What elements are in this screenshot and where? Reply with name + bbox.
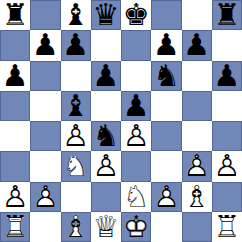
white-piece-outline: ♙ (30, 182, 60, 212)
square-f1[interactable] (151, 212, 181, 242)
chess-board: ♜♝♛♚♜♟♟♟♟♟♟♞♟♝♟♟♙♞♟♙♞♘♟♙♟♙♟♙♟♙♟♙♞♘♟♙♝♗♜♖… (0, 0, 242, 242)
piece-black-pawn[interactable]: ♟ (91, 61, 121, 91)
square-f5[interactable] (151, 91, 181, 121)
black-piece-glyph: ♞ (91, 121, 121, 151)
square-a7[interactable] (0, 30, 30, 60)
square-c7[interactable]: ♟ (61, 30, 91, 60)
white-piece-outline: ♗ (61, 212, 91, 242)
piece-white-bishop[interactable]: ♝♗ (61, 212, 91, 242)
square-g7[interactable]: ♟ (182, 30, 212, 60)
square-e6[interactable] (121, 61, 151, 91)
piece-white-rook[interactable]: ♜♖ (0, 212, 30, 242)
piece-white-pawn[interactable]: ♟♙ (0, 182, 30, 212)
square-c4[interactable]: ♟♙ (61, 121, 91, 151)
square-h3[interactable]: ♟♙ (212, 151, 242, 181)
black-piece-glyph: ♟ (151, 30, 181, 60)
square-a8[interactable]: ♜ (0, 0, 30, 30)
square-b8[interactable] (30, 0, 60, 30)
square-d8[interactable]: ♛ (91, 0, 121, 30)
white-piece-outline: ♙ (212, 151, 242, 181)
black-piece-glyph: ♛ (91, 0, 121, 30)
black-piece-glyph: ♟ (121, 91, 151, 121)
black-piece-glyph: ♜ (0, 0, 30, 30)
square-f7[interactable]: ♟ (151, 30, 181, 60)
square-g8[interactable] (182, 0, 212, 30)
black-piece-glyph: ♚ (121, 0, 151, 30)
white-piece-outline: ♙ (91, 151, 121, 181)
piece-white-pawn[interactable]: ♟♙ (182, 151, 212, 181)
square-a2[interactable]: ♟♙ (0, 182, 30, 212)
piece-black-rook[interactable]: ♜ (212, 0, 242, 30)
square-f3[interactable] (151, 151, 181, 181)
piece-black-knight[interactable]: ♞ (151, 61, 181, 91)
square-b2[interactable]: ♟♙ (30, 182, 60, 212)
square-g3[interactable]: ♟♙ (182, 151, 212, 181)
piece-white-pawn[interactable]: ♟♙ (151, 182, 181, 212)
square-f4[interactable] (151, 121, 181, 151)
white-piece-outline: ♗ (182, 182, 212, 212)
square-a4[interactable] (0, 121, 30, 151)
square-c2[interactable] (61, 182, 91, 212)
piece-black-rook[interactable]: ♜ (0, 0, 30, 30)
square-e1[interactable]: ♚♔ (121, 212, 151, 242)
square-g6[interactable] (182, 61, 212, 91)
piece-white-pawn[interactable]: ♟♙ (61, 121, 91, 151)
white-piece-outline: ♔ (121, 212, 151, 242)
piece-black-pawn[interactable]: ♟ (0, 61, 30, 91)
square-d4[interactable]: ♞ (91, 121, 121, 151)
square-c8[interactable]: ♝ (61, 0, 91, 30)
square-a6[interactable]: ♟ (0, 61, 30, 91)
square-c1[interactable]: ♝♗ (61, 212, 91, 242)
square-g5[interactable] (182, 91, 212, 121)
square-d7[interactable] (91, 30, 121, 60)
white-piece-outline: ♙ (61, 121, 91, 151)
piece-white-king[interactable]: ♚♔ (121, 212, 151, 242)
square-b4[interactable] (30, 121, 60, 151)
square-e3[interactable] (121, 151, 151, 181)
square-h6[interactable]: ♟ (212, 61, 242, 91)
square-d5[interactable] (91, 91, 121, 121)
square-f8[interactable] (151, 0, 181, 30)
square-h1[interactable]: ♜♖ (212, 212, 242, 242)
piece-white-pawn[interactable]: ♟♙ (212, 151, 242, 181)
square-b1[interactable] (30, 212, 60, 242)
square-b3[interactable] (30, 151, 60, 181)
square-g2[interactable]: ♝♗ (182, 182, 212, 212)
square-b6[interactable] (30, 61, 60, 91)
square-f6[interactable]: ♞ (151, 61, 181, 91)
square-f2[interactable]: ♟♙ (151, 182, 181, 212)
black-piece-glyph: ♟ (212, 61, 242, 91)
piece-white-knight[interactable]: ♞♘ (121, 182, 151, 212)
square-g1[interactable] (182, 212, 212, 242)
piece-black-king[interactable]: ♚ (121, 0, 151, 30)
square-d1[interactable]: ♛♕ (91, 212, 121, 242)
black-piece-glyph: ♟ (0, 61, 30, 91)
piece-black-bishop[interactable]: ♝ (61, 91, 91, 121)
square-g4[interactable] (182, 121, 212, 151)
white-piece-outline: ♕ (91, 212, 121, 242)
piece-white-pawn[interactable]: ♟♙ (30, 182, 60, 212)
square-h4[interactable] (212, 121, 242, 151)
piece-black-pawn[interactable]: ♟ (182, 30, 212, 60)
white-piece-outline: ♘ (61, 151, 91, 181)
black-piece-glyph: ♜ (212, 0, 242, 30)
square-h5[interactable] (212, 91, 242, 121)
piece-white-pawn[interactable]: ♟♙ (91, 151, 121, 181)
square-h8[interactable]: ♜ (212, 0, 242, 30)
square-a5[interactable] (0, 91, 30, 121)
black-piece-glyph: ♟ (182, 30, 212, 60)
piece-black-bishop[interactable]: ♝ (61, 0, 91, 30)
piece-black-pawn[interactable]: ♟ (212, 61, 242, 91)
piece-black-queen[interactable]: ♛ (91, 0, 121, 30)
piece-black-knight[interactable]: ♞ (91, 121, 121, 151)
black-piece-glyph: ♝ (61, 91, 91, 121)
square-c6[interactable] (61, 61, 91, 91)
square-a3[interactable] (0, 151, 30, 181)
black-piece-glyph: ♟ (91, 61, 121, 91)
white-piece-outline: ♘ (121, 182, 151, 212)
square-c5[interactable]: ♝ (61, 91, 91, 121)
white-piece-outline: ♙ (182, 151, 212, 181)
square-e8[interactable]: ♚ (121, 0, 151, 30)
black-piece-glyph: ♝ (61, 0, 91, 30)
square-b7[interactable]: ♟ (30, 30, 60, 60)
square-e4[interactable]: ♟♙ (121, 121, 151, 151)
piece-white-queen[interactable]: ♛♕ (91, 212, 121, 242)
square-e7[interactable] (121, 30, 151, 60)
piece-black-pawn[interactable]: ♟ (151, 30, 181, 60)
piece-black-pawn[interactable]: ♟ (30, 30, 60, 60)
piece-white-rook[interactable]: ♜♖ (212, 212, 242, 242)
black-piece-glyph: ♟ (30, 30, 60, 60)
square-b5[interactable] (30, 91, 60, 121)
piece-white-bishop[interactable]: ♝♗ (182, 182, 212, 212)
white-piece-outline: ♙ (0, 182, 30, 212)
square-h7[interactable] (212, 30, 242, 60)
white-piece-outline: ♖ (0, 212, 30, 242)
square-d6[interactable]: ♟ (91, 61, 121, 91)
white-piece-outline: ♖ (212, 212, 242, 242)
square-c3[interactable]: ♞♘ (61, 151, 91, 181)
square-a1[interactable]: ♜♖ (0, 212, 30, 242)
black-piece-glyph: ♟ (61, 30, 91, 60)
square-d2[interactable] (91, 182, 121, 212)
piece-white-pawn[interactable]: ♟♙ (121, 121, 151, 151)
black-piece-glyph: ♞ (151, 61, 181, 91)
white-piece-outline: ♙ (151, 182, 181, 212)
white-piece-outline: ♙ (121, 121, 151, 151)
square-h2[interactable] (212, 182, 242, 212)
piece-black-pawn[interactable]: ♟ (61, 30, 91, 60)
piece-black-pawn[interactable]: ♟ (121, 91, 151, 121)
square-d3[interactable]: ♟♙ (91, 151, 121, 181)
piece-white-knight[interactable]: ♞♘ (61, 151, 91, 181)
square-e5[interactable]: ♟ (121, 91, 151, 121)
square-e2[interactable]: ♞♘ (121, 182, 151, 212)
